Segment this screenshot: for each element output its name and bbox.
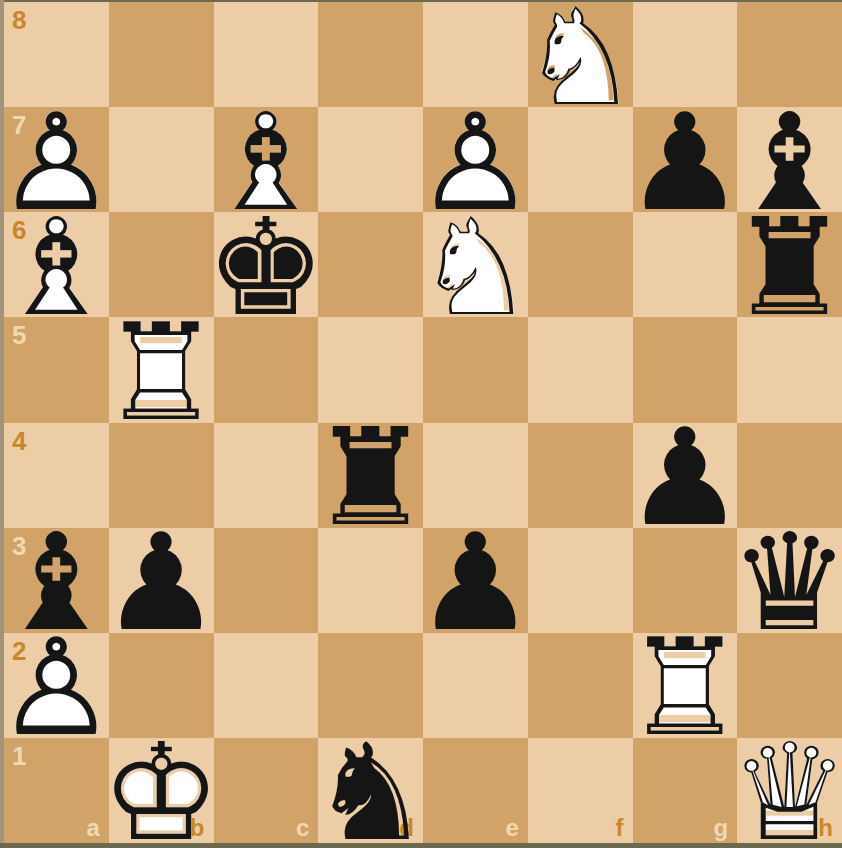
square-h2[interactable] (737, 633, 842, 738)
piece-glyph: ♛ (737, 531, 842, 636)
piece-outline-glyph: ♘ (423, 215, 528, 320)
square-a4[interactable]: 4 (4, 423, 109, 528)
black-pawn[interactable]: ♟ (633, 423, 738, 528)
square-e4[interactable] (423, 423, 528, 528)
square-g4[interactable]: ♟ (633, 423, 738, 528)
square-g3[interactable] (633, 528, 738, 633)
square-b3[interactable]: ♟ (109, 528, 214, 633)
piece-outline-glyph: ♙ (4, 110, 109, 215)
square-g1[interactable]: g (633, 738, 738, 843)
square-h5[interactable] (737, 317, 842, 422)
black-queen[interactable]: ♛ (737, 528, 842, 633)
square-g8[interactable] (633, 2, 738, 107)
square-f5[interactable] (528, 317, 633, 422)
piece-glyph: ♞ (528, 5, 633, 110)
square-c2[interactable] (214, 633, 319, 738)
piece-glyph: ♚ (109, 741, 214, 846)
piece-outline-glyph: ♘ (528, 5, 633, 110)
square-c5[interactable] (214, 317, 319, 422)
chess-diagram: 8♞♘7♟♙♝♗♟♙♟♝6♝♗♚♞♘♜5♜♖4♜♟3♝♟♟♛2♟♙♜♖1ab♚♔… (0, 0, 842, 848)
piece-glyph: ♞ (423, 215, 528, 320)
square-h1[interactable]: h♛♕ (737, 738, 842, 843)
square-b8[interactable] (109, 2, 214, 107)
square-g6[interactable] (633, 212, 738, 317)
piece-glyph: ♟ (423, 110, 528, 215)
square-b4[interactable] (109, 423, 214, 528)
piece-glyph: ♞ (318, 741, 423, 846)
piece-outline-glyph: ♙ (423, 110, 528, 215)
coord-rank-1: 1 (12, 741, 26, 772)
piece-glyph: ♛ (737, 741, 842, 846)
square-b7[interactable] (109, 107, 214, 212)
piece-glyph: ♟ (633, 110, 738, 215)
white-bishop[interactable]: ♝♗ (214, 107, 319, 212)
square-a1[interactable]: 1a (4, 738, 109, 843)
piece-glyph: ♟ (4, 636, 109, 741)
piece-glyph: ♚ (214, 215, 319, 320)
square-a6[interactable]: 6♝♗ (4, 212, 109, 317)
square-e2[interactable] (423, 633, 528, 738)
square-c1[interactable]: c (214, 738, 319, 843)
black-rook[interactable]: ♜ (318, 423, 423, 528)
square-f6[interactable] (528, 212, 633, 317)
square-h4[interactable] (737, 423, 842, 528)
square-b5[interactable]: ♜♖ (109, 317, 214, 422)
square-d6[interactable] (318, 212, 423, 317)
piece-glyph: ♜ (737, 215, 842, 320)
square-f4[interactable] (528, 423, 633, 528)
white-pawn[interactable]: ♟♙ (4, 633, 109, 738)
white-rook[interactable]: ♜♖ (109, 317, 214, 422)
black-bishop[interactable]: ♝ (4, 528, 109, 633)
coord-rank-4: 4 (12, 426, 26, 457)
square-h8[interactable] (737, 2, 842, 107)
square-c3[interactable] (214, 528, 319, 633)
square-e1[interactable]: e (423, 738, 528, 843)
square-f3[interactable] (528, 528, 633, 633)
square-a5[interactable]: 5 (4, 317, 109, 422)
coord-file-f: f (616, 814, 624, 842)
white-knight[interactable]: ♞♘ (423, 212, 528, 317)
white-pawn[interactable]: ♟♙ (423, 107, 528, 212)
piece-glyph: ♝ (214, 110, 319, 215)
piece-glyph: ♝ (737, 110, 842, 215)
white-knight[interactable]: ♞♘ (528, 2, 633, 107)
chess-board: 8♞♘7♟♙♝♗♟♙♟♝6♝♗♚♞♘♜5♜♖4♜♟3♝♟♟♛2♟♙♜♖1ab♚♔… (4, 2, 842, 843)
square-d1[interactable]: d♞ (318, 738, 423, 843)
coord-file-a: a (86, 814, 99, 842)
piece-glyph: ♝ (4, 531, 109, 636)
square-d8[interactable] (318, 2, 423, 107)
black-pawn[interactable]: ♟ (633, 107, 738, 212)
square-a3[interactable]: 3♝ (4, 528, 109, 633)
square-e7[interactable]: ♟♙ (423, 107, 528, 212)
coord-rank-5: 5 (12, 320, 26, 351)
piece-glyph: ♜ (109, 320, 214, 425)
white-king[interactable]: ♚♔ (109, 738, 214, 843)
square-b2[interactable] (109, 633, 214, 738)
black-bishop[interactable]: ♝ (737, 107, 842, 212)
piece-outline-glyph: ♗ (214, 110, 319, 215)
square-e6[interactable]: ♞♘ (423, 212, 528, 317)
piece-glyph: ♟ (633, 426, 738, 531)
square-d3[interactable] (318, 528, 423, 633)
square-a2[interactable]: 2♟♙ (4, 633, 109, 738)
piece-outline-glyph: ♔ (109, 741, 214, 846)
coord-file-c: c (296, 814, 309, 842)
piece-glyph: ♜ (633, 636, 738, 741)
square-h7[interactable]: ♝ (737, 107, 842, 212)
black-pawn[interactable]: ♟ (423, 528, 528, 633)
square-c8[interactable] (214, 2, 319, 107)
square-g7[interactable]: ♟ (633, 107, 738, 212)
square-g2[interactable]: ♜♖ (633, 633, 738, 738)
coord-file-e: e (505, 814, 518, 842)
white-rook[interactable]: ♜♖ (633, 633, 738, 738)
square-h3[interactable]: ♛ (737, 528, 842, 633)
coord-file-g: g (714, 814, 729, 842)
black-pawn[interactable]: ♟ (109, 528, 214, 633)
square-c6[interactable]: ♚ (214, 212, 319, 317)
square-f8[interactable]: ♞♘ (528, 2, 633, 107)
square-b1[interactable]: b♚♔ (109, 738, 214, 843)
square-b6[interactable] (109, 212, 214, 317)
piece-outline-glyph: ♖ (633, 636, 738, 741)
piece-outline-glyph: ♙ (4, 636, 109, 741)
square-d5[interactable] (318, 317, 423, 422)
square-d4[interactable]: ♜ (318, 423, 423, 528)
piece-glyph: ♝ (4, 215, 109, 320)
square-a7[interactable]: 7♟♙ (4, 107, 109, 212)
square-d7[interactable] (318, 107, 423, 212)
piece-outline-glyph: ♗ (4, 215, 109, 320)
piece-glyph: ♟ (423, 531, 528, 636)
square-g5[interactable] (633, 317, 738, 422)
white-bishop[interactable]: ♝♗ (4, 212, 109, 317)
square-c7[interactable]: ♝♗ (214, 107, 319, 212)
square-f1[interactable]: f (528, 738, 633, 843)
square-e5[interactable] (423, 317, 528, 422)
black-rook[interactable]: ♜ (737, 212, 842, 317)
piece-outline-glyph: ♖ (109, 320, 214, 425)
piece-glyph: ♟ (109, 531, 214, 636)
square-c4[interactable] (214, 423, 319, 528)
white-pawn[interactable]: ♟♙ (4, 107, 109, 212)
square-a8[interactable]: 8 (4, 2, 109, 107)
black-king[interactable]: ♚ (214, 212, 319, 317)
square-f7[interactable] (528, 107, 633, 212)
square-d2[interactable] (318, 633, 423, 738)
square-e3[interactable]: ♟ (423, 528, 528, 633)
coord-rank-8: 8 (12, 5, 26, 36)
square-f2[interactable] (528, 633, 633, 738)
piece-outline-glyph: ♕ (737, 741, 842, 846)
piece-glyph: ♟ (4, 110, 109, 215)
square-e8[interactable] (423, 2, 528, 107)
piece-glyph: ♜ (318, 426, 423, 531)
square-h6[interactable]: ♜ (737, 212, 842, 317)
black-knight[interactable]: ♞ (318, 738, 423, 843)
white-queen[interactable]: ♛♕ (737, 738, 842, 843)
